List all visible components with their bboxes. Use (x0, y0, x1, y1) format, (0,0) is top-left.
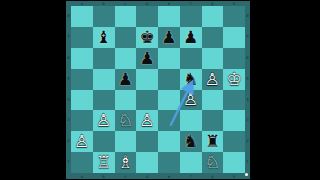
rank-label-left-4: 4 (66, 90, 71, 111)
file-label-top-b: b (93, 1, 115, 6)
square-d3[interactable]: ♙ (136, 110, 158, 131)
square-f7[interactable]: ♟ (180, 27, 202, 48)
piece-white-knight-c3[interactable]: ♘ (118, 112, 133, 129)
rank-label-right-3: 3 (245, 110, 250, 131)
square-h7[interactable] (223, 27, 245, 48)
chess-board-frame: ♝♚♟♟♟♟♞♙♔♙♙♘♙♙♞♜♖♗♘ aabbccddeeffgghh8877… (66, 1, 250, 179)
rank-label-left-2: 2 (66, 131, 71, 152)
rank-label-left-6: 6 (66, 48, 71, 69)
square-c2[interactable] (115, 131, 137, 152)
square-c5[interactable]: ♟ (115, 69, 137, 90)
square-b2[interactable] (93, 131, 115, 152)
square-e5[interactable] (158, 69, 180, 90)
file-label-top-e: e (158, 1, 180, 6)
chess-board[interactable]: ♝♚♟♟♟♟♞♙♔♙♙♘♙♙♞♜♖♗♘ (71, 6, 245, 173)
piece-white-pawn-g5[interactable]: ♙ (205, 70, 220, 87)
file-label-bottom-h: h (223, 174, 245, 179)
file-label-bottom-d: d (136, 174, 158, 179)
square-f4[interactable]: ♙ (180, 90, 202, 111)
square-f2[interactable]: ♞ (180, 131, 202, 152)
square-g7[interactable] (202, 27, 224, 48)
piece-black-knight-f2[interactable]: ♞ (183, 133, 198, 150)
piece-white-king-h5[interactable]: ♔ (227, 70, 242, 87)
square-d4[interactable] (136, 90, 158, 111)
file-label-bottom-a: a (71, 174, 93, 179)
square-e4[interactable] (158, 90, 180, 111)
file-label-top-f: f (180, 1, 202, 6)
square-d6[interactable]: ♟ (136, 48, 158, 69)
square-a5[interactable] (71, 69, 93, 90)
rank-label-right-1: 1 (245, 152, 250, 173)
square-h5[interactable]: ♔ (223, 69, 245, 90)
square-g3[interactable] (202, 110, 224, 131)
square-b3[interactable]: ♙ (93, 110, 115, 131)
piece-black-king-d7[interactable]: ♚ (140, 28, 155, 45)
square-a1[interactable] (71, 152, 93, 173)
corner-dot (245, 173, 248, 176)
square-c7[interactable] (115, 27, 137, 48)
file-label-top-d: d (136, 1, 158, 6)
square-a3[interactable] (71, 110, 93, 131)
file-label-bottom-f: f (180, 174, 202, 179)
piece-white-pawn-b3[interactable]: ♙ (96, 112, 111, 129)
file-label-top-a: a (71, 1, 93, 6)
square-f6[interactable] (180, 48, 202, 69)
square-d5[interactable] (136, 69, 158, 90)
square-g5[interactable]: ♙ (202, 69, 224, 90)
square-c1[interactable]: ♗ (115, 152, 137, 173)
file-label-top-c: c (115, 1, 137, 6)
square-b5[interactable] (93, 69, 115, 90)
square-b8[interactable] (93, 6, 115, 27)
piece-white-rook-b1[interactable]: ♖ (96, 154, 111, 171)
piece-white-pawn-f4[interactable]: ♙ (183, 91, 198, 108)
piece-black-knight-f5[interactable]: ♞ (183, 70, 198, 87)
square-a2[interactable]: ♙ (71, 131, 93, 152)
square-e6[interactable] (158, 48, 180, 69)
piece-black-pawn-f7[interactable]: ♟ (183, 28, 198, 45)
square-g6[interactable] (202, 48, 224, 69)
square-e7[interactable]: ♟ (158, 27, 180, 48)
square-h6[interactable] (223, 48, 245, 69)
rank-label-left-8: 8 (66, 6, 71, 27)
square-h4[interactable] (223, 90, 245, 111)
square-e2[interactable] (158, 131, 180, 152)
square-g1[interactable]: ♘ (202, 152, 224, 173)
file-label-bottom-g: g (202, 174, 224, 179)
piece-white-knight-g1[interactable]: ♘ (205, 154, 220, 171)
square-h2[interactable] (223, 131, 245, 152)
rank-label-left-1: 1 (66, 152, 71, 173)
piece-black-rook-g2[interactable]: ♜ (205, 133, 220, 150)
file-label-bottom-b: b (93, 174, 115, 179)
square-c8[interactable] (115, 6, 137, 27)
rank-label-left-3: 3 (66, 110, 71, 131)
square-g4[interactable] (202, 90, 224, 111)
rank-label-right-6: 6 (245, 48, 250, 69)
file-label-bottom-e: e (158, 174, 180, 179)
square-b1[interactable]: ♖ (93, 152, 115, 173)
rank-label-right-8: 8 (245, 6, 250, 27)
square-f1[interactable] (180, 152, 202, 173)
square-h8[interactable] (223, 6, 245, 27)
square-a8[interactable] (71, 6, 93, 27)
rank-label-right-5: 5 (245, 69, 250, 90)
rank-label-left-5: 5 (66, 69, 71, 90)
square-b7[interactable]: ♝ (93, 27, 115, 48)
square-c4[interactable] (115, 90, 137, 111)
square-d7[interactable]: ♚ (136, 27, 158, 48)
file-label-top-h: h (223, 1, 245, 6)
square-b4[interactable] (93, 90, 115, 111)
square-a6[interactable] (71, 48, 93, 69)
rank-label-right-7: 7 (245, 27, 250, 48)
square-g8[interactable] (202, 6, 224, 27)
square-e8[interactable] (158, 6, 180, 27)
square-c6[interactable] (115, 48, 137, 69)
piece-white-pawn-d3[interactable]: ♙ (140, 112, 155, 129)
piece-white-bishop-c1[interactable]: ♗ (118, 154, 133, 171)
square-d1[interactable] (136, 152, 158, 173)
square-a4[interactable] (71, 90, 93, 111)
piece-black-bishop-b7[interactable]: ♝ (96, 28, 111, 45)
rank-label-left-7: 7 (66, 27, 71, 48)
square-e3[interactable] (158, 110, 180, 131)
file-label-top-g: g (202, 1, 224, 6)
square-h1[interactable] (223, 152, 245, 173)
square-f3[interactable] (180, 110, 202, 131)
piece-white-pawn-a2[interactable]: ♙ (74, 133, 89, 150)
video-frame: ♝♚♟♟♟♟♞♙♔♙♙♘♙♙♞♜♖♗♘ aabbccddeeffgghh8877… (0, 0, 320, 180)
piece-black-pawn-d6[interactable]: ♟ (140, 49, 155, 66)
square-b6[interactable] (93, 48, 115, 69)
square-g2[interactable]: ♜ (202, 131, 224, 152)
square-d2[interactable] (136, 131, 158, 152)
square-f8[interactable] (180, 6, 202, 27)
square-a7[interactable] (71, 27, 93, 48)
piece-black-pawn-c5[interactable]: ♟ (118, 70, 133, 87)
square-h3[interactable] (223, 110, 245, 131)
rank-label-right-2: 2 (245, 131, 250, 152)
square-e1[interactable] (158, 152, 180, 173)
square-f5[interactable]: ♞ (180, 69, 202, 90)
square-d8[interactable] (136, 6, 158, 27)
file-label-bottom-c: c (115, 174, 137, 179)
rank-label-right-4: 4 (245, 90, 250, 111)
piece-black-pawn-e7[interactable]: ♟ (161, 28, 176, 45)
square-c3[interactable]: ♘ (115, 110, 137, 131)
